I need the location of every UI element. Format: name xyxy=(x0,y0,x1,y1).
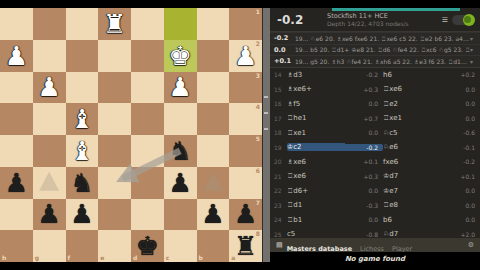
square-e3[interactable] xyxy=(98,72,131,104)
black-eval: +0.1 xyxy=(443,173,480,180)
square-c7[interactable] xyxy=(164,199,197,231)
file-label: e xyxy=(100,255,104,261)
black-pawn-c6[interactable]: ♟ xyxy=(164,167,197,199)
move-number: 23 xyxy=(270,202,287,209)
book-icon: ▤ xyxy=(276,241,283,249)
square-b3[interactable] xyxy=(197,72,230,104)
engine-toggle[interactable] xyxy=(452,15,474,25)
move-row: 19♔c2-0.2♘e6-0.1 xyxy=(270,140,480,155)
square-g6[interactable] xyxy=(33,167,66,199)
white-eval: 0.0 xyxy=(345,129,383,136)
black-rook-a8[interactable]: ♜ xyxy=(229,230,262,262)
pv-expand-icon[interactable]: ▾ xyxy=(470,46,480,53)
black-eval: 0.0 xyxy=(443,100,480,107)
file-label: h xyxy=(2,255,6,261)
square-d1[interactable] xyxy=(131,8,164,40)
pv-expand-icon[interactable]: ▾ xyxy=(470,58,480,65)
move-number: 22 xyxy=(270,187,287,194)
white-move[interactable]: ♖d1 xyxy=(287,201,345,209)
square-d5[interactable] xyxy=(131,135,164,167)
square-d2[interactable] xyxy=(131,40,164,72)
white-eval: +0.7 xyxy=(345,115,383,122)
black-move[interactable]: ♖xe1 xyxy=(383,114,443,122)
move-row: 23♖d1-0.3♖e80.0 xyxy=(270,198,480,213)
square-e2[interactable] xyxy=(98,40,131,72)
file-label: g xyxy=(35,255,39,261)
black-eval: -0.2 xyxy=(443,158,480,165)
pv-moves[interactable]: 19... b5 20. ♖d1+ ♔e8 21. ♖d6 ♘fe4 22. ♖… xyxy=(295,46,470,53)
black-pawn-f7[interactable]: ♟ xyxy=(66,199,99,231)
white-move[interactable]: ♖b1 xyxy=(287,216,345,224)
white-eval: +0.3 xyxy=(345,86,383,93)
white-eval: -0.3 xyxy=(345,202,383,209)
rank-label: 5 xyxy=(256,136,260,142)
engine-depth: Depth 14/22, 4703 nodes/s xyxy=(327,21,442,28)
eval-gauge xyxy=(262,8,270,262)
board[interactable]: 1234567hgfedcb8a♜♟♚♟♟♟♝♝♞♟♞♟♟♟♟♟♚♜ xyxy=(0,8,262,262)
move-row: 18♖xe10.0♘c5-0.6 xyxy=(270,126,480,141)
white-eval: 0.0 xyxy=(345,216,383,223)
square-e6[interactable] xyxy=(98,167,131,199)
pv-line-3[interactable]: +0.119... g5 20. ♗h3 ♘fe4 21. ♗xh6 a5 22… xyxy=(270,55,480,67)
file-label: f xyxy=(68,255,71,261)
explorer-bar: ▤ Masters databaseLichessPlayer ⚙ xyxy=(270,238,480,252)
toggle-knob xyxy=(463,14,475,26)
pv-expand-icon[interactable]: ▾ xyxy=(470,35,480,42)
white-move[interactable]: ♗d3 xyxy=(287,71,345,79)
white-move[interactable]: ♗xe6 xyxy=(287,158,345,166)
black-eval: 0.0 xyxy=(443,216,480,223)
square-d3[interactable] xyxy=(131,72,164,104)
move-row: 22♖d6+0.0♔e70.0 xyxy=(270,184,480,199)
explorer-status: No game found xyxy=(270,252,480,266)
square-d6[interactable] xyxy=(131,167,164,199)
pv-eval: 0.0 xyxy=(270,46,295,54)
black-eval: -0.6 xyxy=(443,129,480,136)
square-c8[interactable]: c xyxy=(164,230,197,262)
square-h1[interactable] xyxy=(0,8,33,40)
black-move[interactable]: ♔d7 xyxy=(383,172,443,180)
move-number: 14 xyxy=(270,71,287,78)
explorer-settings-icon[interactable]: ⚙ xyxy=(468,241,474,249)
white-move[interactable]: ♖xe1 xyxy=(287,129,345,137)
move-row: 14♗d3-0.2h6+0.2 xyxy=(270,68,480,83)
white-move[interactable]: ♖d6+ xyxy=(287,187,345,195)
square-a6[interactable]: 6 xyxy=(229,167,262,199)
move-row: 21♖xe6+0.3♔d7+0.1 xyxy=(270,169,480,184)
white-pawn-a2[interactable]: ♟ xyxy=(229,40,262,72)
square-a4[interactable]: 4 xyxy=(229,103,262,135)
white-pawn-g3[interactable]: ♟ xyxy=(33,72,66,104)
square-h3[interactable] xyxy=(0,72,33,104)
black-move[interactable]: ♔e7 xyxy=(383,187,443,195)
square-c4[interactable] xyxy=(164,103,197,135)
square-f8[interactable]: f xyxy=(66,230,99,262)
white-eval: +0.1 xyxy=(345,158,383,165)
pv-line-2[interactable]: 0.019... b5 20. ♖d1+ ♔e8 21. ♖d6 ♘fe4 22… xyxy=(270,44,480,56)
black-eval: +2.0 xyxy=(443,231,480,238)
white-eval: +0.3 xyxy=(345,173,383,180)
square-g4[interactable] xyxy=(33,103,66,135)
square-c1[interactable] xyxy=(164,8,197,40)
pv-eval: +0.1 xyxy=(270,57,295,65)
square-f2[interactable] xyxy=(66,40,99,72)
square-a1[interactable]: 1 xyxy=(229,8,262,40)
pv-moves[interactable]: 19... g5 20. ♗h3 ♘fe4 21. ♗xh6 a5 22. ♗e… xyxy=(295,58,470,65)
square-e5[interactable] xyxy=(98,135,131,167)
move-number: 20 xyxy=(270,158,287,165)
black-pawn-b7[interactable]: ♟ xyxy=(197,199,230,231)
square-b5[interactable] xyxy=(197,135,230,167)
move-number: 19 xyxy=(270,144,287,151)
square-e8[interactable]: e xyxy=(98,230,131,262)
square-g1[interactable] xyxy=(33,8,66,40)
white-king-c2[interactable]: ♚ xyxy=(164,40,197,72)
file-label: c xyxy=(166,255,170,261)
square-b2[interactable] xyxy=(197,40,230,72)
pv-line-1[interactable]: -0.219... ♘e6 20. ♗xe6 fxe6 21. ♖xe6 c5 … xyxy=(270,32,480,44)
black-eval: +0.2 xyxy=(443,71,480,78)
square-h8[interactable]: h xyxy=(0,230,33,262)
black-pawn-a7[interactable]: ♟ xyxy=(229,199,262,231)
white-move[interactable]: ♗xe6+ xyxy=(287,85,345,93)
black-eval: -0.1 xyxy=(443,144,480,151)
engine-header: -0.2 Stockfish 11+ HCE Depth 14/22, 4703… xyxy=(270,8,480,32)
square-b1[interactable] xyxy=(197,8,230,40)
white-move[interactable]: ♖xe6 xyxy=(287,172,345,180)
rank-label: 3 xyxy=(256,73,260,79)
black-move[interactable]: ♖e8 xyxy=(383,201,443,209)
white-move[interactable]: ♗f5 xyxy=(287,100,345,108)
move-number: 25 xyxy=(270,231,287,238)
white-pawn-h2[interactable]: ♟ xyxy=(0,40,33,72)
engine-eval: -0.2 xyxy=(277,13,327,27)
white-eval: 0.0 xyxy=(345,100,383,107)
move-row: 24♖b10.0b60.0 xyxy=(270,213,480,228)
black-move[interactable]: ♖e2 xyxy=(383,100,443,108)
black-knight-c5[interactable]: ♞ xyxy=(164,135,197,167)
black-pawn-h6[interactable]: ♟ xyxy=(0,167,33,199)
square-d4[interactable] xyxy=(131,103,164,135)
square-f3[interactable] xyxy=(66,72,99,104)
pv-lines: -0.219... ♘e6 20. ♗xe6 fxe6 21. ♖xe6 c5 … xyxy=(270,32,480,68)
white-eval: -0.2 xyxy=(345,144,383,151)
rank-label: 1 xyxy=(256,9,260,15)
square-e4[interactable] xyxy=(98,103,131,135)
black-knight-f6[interactable]: ♞ xyxy=(66,167,99,199)
square-b8[interactable]: b xyxy=(197,230,230,262)
black-move[interactable]: h6 xyxy=(383,71,443,79)
square-b4[interactable] xyxy=(197,103,230,135)
rank-label: 6 xyxy=(256,168,260,174)
move-row: 16♗f50.0♖e20.0 xyxy=(270,97,480,112)
square-h7[interactable] xyxy=(0,199,33,231)
move-number: 24 xyxy=(270,216,287,223)
white-bishop-f4[interactable]: ♝ xyxy=(66,103,99,135)
black-eval: 0.0 xyxy=(443,115,480,122)
black-eval: 0.0 xyxy=(443,86,480,93)
black-move[interactable]: ♘e6 xyxy=(383,143,443,151)
analysis-screen: 1234567hgfedcb8a♜♟♚♟♟♟♝♝♞♟♞♟♟♟♟♟♚♜ -0.2 … xyxy=(0,0,480,270)
white-move[interactable]: ♔c2 xyxy=(287,143,345,151)
white-pawn-c3[interactable]: ♟ xyxy=(164,72,197,104)
pv-moves[interactable]: 19... ♘e6 20. ♗xe6 fxe6 21. ♖xe6 c5 22. … xyxy=(295,35,470,42)
move-row: 20♗xe6+0.1fxe6-0.2 xyxy=(270,155,480,170)
square-g2[interactable] xyxy=(33,40,66,72)
square-a3[interactable]: 3 xyxy=(229,72,262,104)
move-number: 16 xyxy=(270,100,287,107)
black-pawn-g7[interactable]: ♟ xyxy=(33,199,66,231)
square-h5[interactable] xyxy=(0,135,33,167)
engine-menu-icon[interactable]: ☰ xyxy=(442,16,448,24)
white-move[interactable]: ♖he1 xyxy=(287,114,345,122)
square-h4[interactable] xyxy=(0,103,33,135)
rank-label: 4 xyxy=(256,104,260,110)
black-king-d8[interactable]: ♚ xyxy=(131,230,164,262)
pv-eval: -0.2 xyxy=(270,34,295,42)
white-eval: 0.0 xyxy=(345,187,383,194)
black-eval: 0.0 xyxy=(443,202,480,209)
white-eval: -0.2 xyxy=(345,71,383,78)
move-number: 18 xyxy=(270,129,287,136)
move-number: 15 xyxy=(270,86,287,93)
move-list: 14♗d3-0.2h6+0.215♗xe6++0.3♖xe60.016♗f50.… xyxy=(270,68,480,242)
move-row: 17♖he1+0.7♖xe10.0 xyxy=(270,111,480,126)
move-number: 17 xyxy=(270,115,287,122)
square-g5[interactable] xyxy=(33,135,66,167)
black-move[interactable]: ♖xe6 xyxy=(383,85,443,93)
white-bishop-f5[interactable]: ♝ xyxy=(66,135,99,167)
move-number: 21 xyxy=(270,173,287,180)
black-eval: 0.0 xyxy=(443,187,480,194)
square-a5[interactable]: 5 xyxy=(229,135,262,167)
engine-progress-bar xyxy=(332,8,460,11)
move-row: 15♗xe6++0.3♖xe60.0 xyxy=(270,82,480,97)
black-move[interactable]: fxe6 xyxy=(383,158,443,166)
file-label: b xyxy=(199,255,203,261)
square-e7[interactable] xyxy=(98,199,131,231)
explorer-status-text: No game found xyxy=(345,255,405,263)
white-rook-e1[interactable]: ♜ xyxy=(98,8,131,40)
black-move[interactable]: b6 xyxy=(383,216,443,224)
square-g8[interactable]: g xyxy=(33,230,66,262)
analysis-panel: -0.2 Stockfish 11+ HCE Depth 14/22, 4703… xyxy=(270,8,480,252)
square-d7[interactable] xyxy=(131,199,164,231)
black-move[interactable]: ♘c5 xyxy=(383,129,443,137)
square-b6[interactable] xyxy=(197,167,230,199)
square-f1[interactable] xyxy=(66,8,99,40)
